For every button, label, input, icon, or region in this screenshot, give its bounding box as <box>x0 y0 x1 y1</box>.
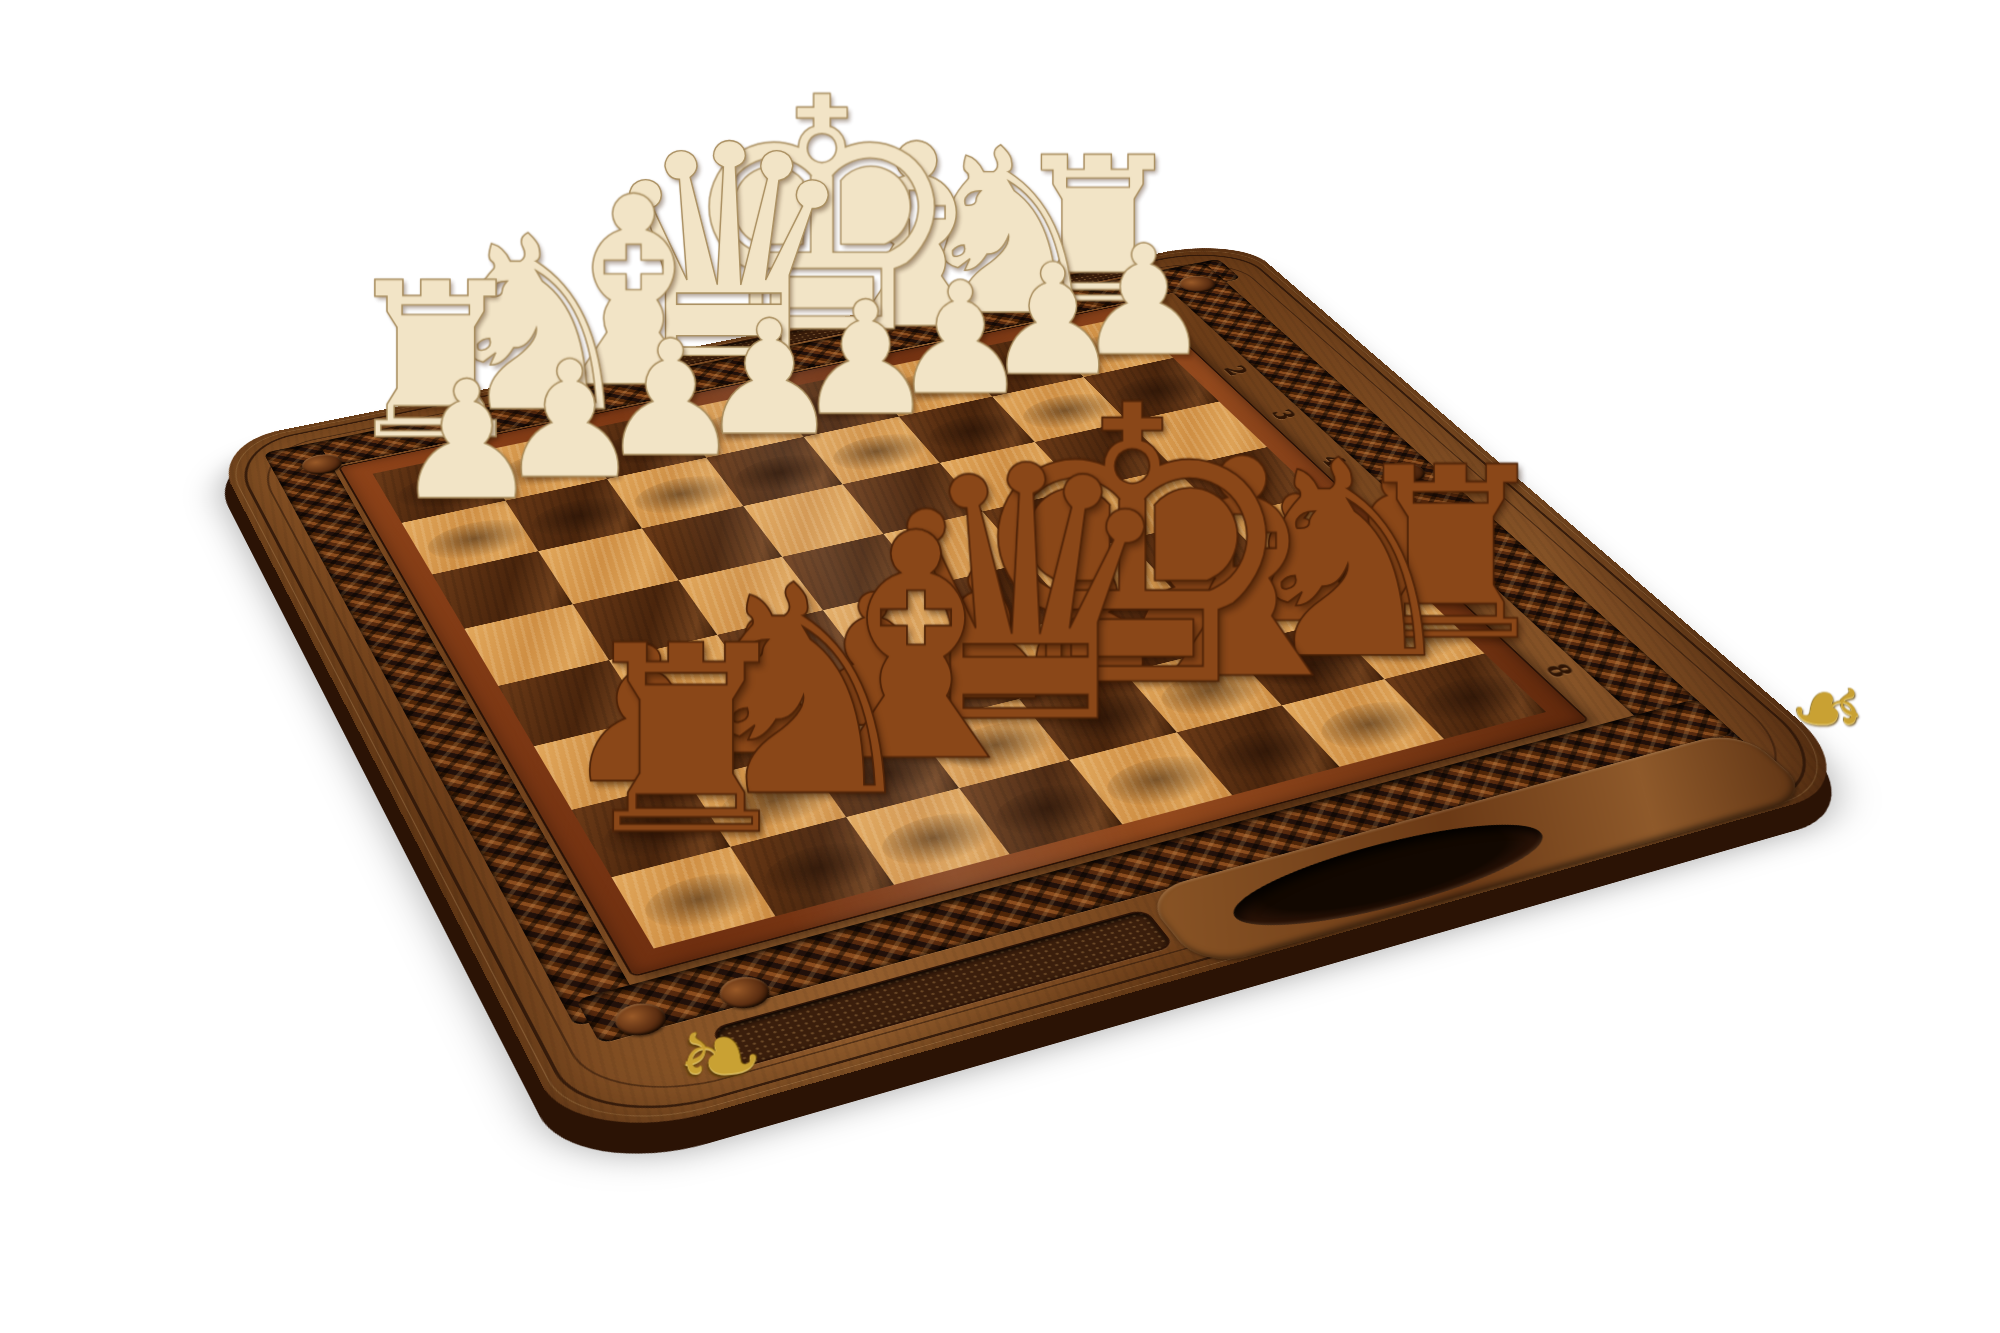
piece-shadow <box>634 863 780 938</box>
brass-scroll-icon: ☙ <box>1790 665 1865 748</box>
black-rook-icon: ♜ <box>570 614 802 868</box>
chess-case: ♜♞♝♛♚♝♞♜♟♟♟♟♟♟♟♟♟♟♟♟♟♟♟♟♜♞♝♛♚♝♞♜ 23458 ☙… <box>210 237 1871 1150</box>
photo-canvas: ♜♞♝♛♚♝♞♜♟♟♟♟♟♟♟♟♟♟♟♟♟♟♟♟♜♞♝♛♚♝♞♜ 23458 ☙… <box>0 0 2000 1333</box>
brass-scroll-icon: ☙ <box>677 1006 763 1102</box>
